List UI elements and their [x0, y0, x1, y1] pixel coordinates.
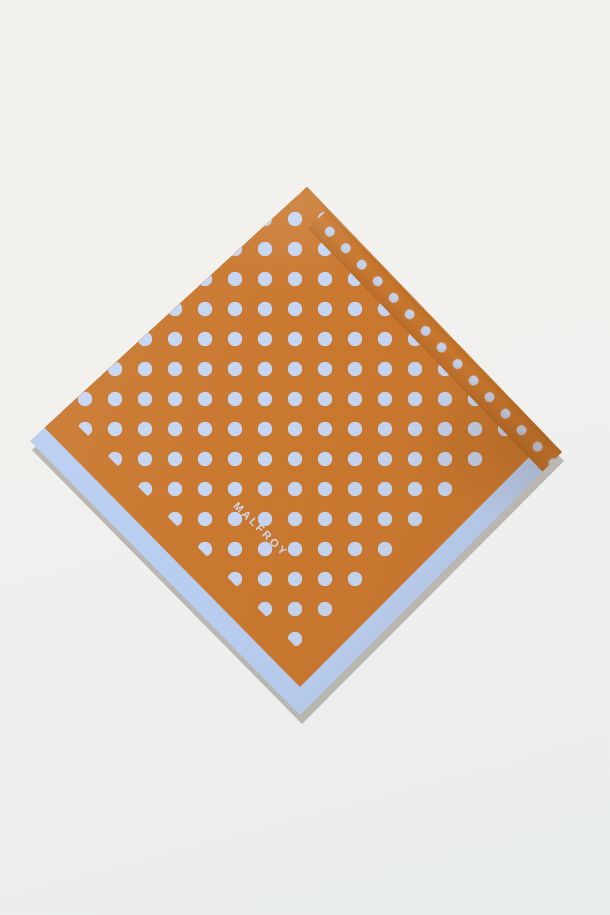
product-photo: MALFROY	[0, 0, 610, 915]
pocket-square: MALFROY	[0, 0, 610, 915]
